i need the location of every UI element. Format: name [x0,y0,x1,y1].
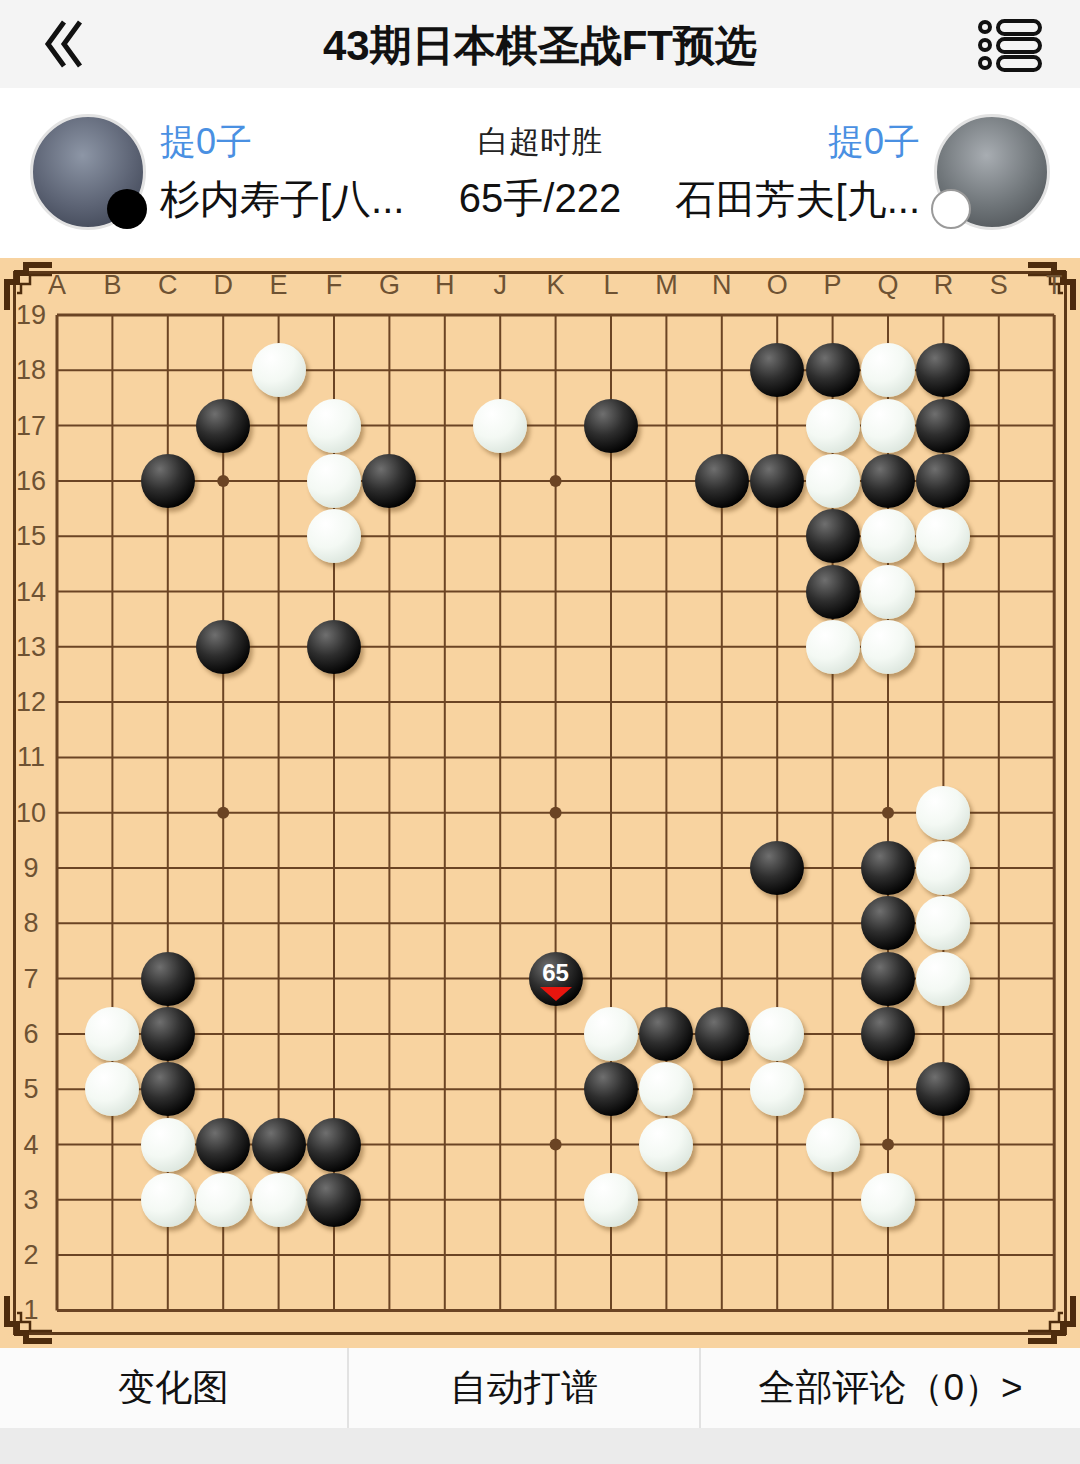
player-bar: 提0子 杉内寿子[八... 白超时胜 65手/222 提0子 石田芳夫[九... [0,88,1080,258]
go-stone-white [196,1173,250,1227]
row-label: 15 [8,521,54,552]
auto-replay-button[interactable]: 自动打谱 [349,1348,701,1428]
row-label: 2 [8,1240,54,1271]
row-label: 16 [8,466,54,497]
go-stone-black [141,454,195,508]
go-stone-black [141,1007,195,1061]
go-stone-white [307,454,361,508]
go-stone-black [307,620,361,674]
go-stone-white [916,952,970,1006]
go-stone-black [252,1118,306,1172]
go-stone-white [861,509,915,563]
go-stone-black [639,1007,693,1061]
go-stone-black [141,1062,195,1116]
go-stone-black [916,399,970,453]
go-stone-white [85,1007,139,1061]
row-label: 13 [8,632,54,663]
row-label: 11 [8,742,54,773]
go-stone-white [806,620,860,674]
go-stone-white [916,841,970,895]
last-move-marker-icon [540,987,572,1001]
column-label: P [811,270,855,301]
go-stone-black [584,1062,638,1116]
go-stone-white [916,786,970,840]
row-label: 17 [8,411,54,442]
column-label: J [478,270,522,301]
column-label: H [423,270,467,301]
go-stone-black [695,1007,749,1061]
row-label: 14 [8,577,54,608]
move-counter: 65手/222 [459,168,621,228]
row-label: 7 [8,964,54,995]
row-label: 9 [8,853,54,884]
bottom-toolbar: 变化图 自动打谱 全部评论（0）> [0,1348,1080,1428]
go-stone-black [861,952,915,1006]
all-comments-button[interactable]: 全部评论（0）> [701,1348,1080,1428]
bottom-strip [0,1428,1080,1464]
go-stone-white [639,1118,693,1172]
column-label: D [201,270,245,301]
go-stone-white [806,1118,860,1172]
go-stone-white [252,343,306,397]
white-player-name: 石田芳夫[九... [676,168,920,230]
row-label: 3 [8,1185,54,1216]
last-move-number: 65 [529,955,583,991]
go-stone-white [861,620,915,674]
row-label: 10 [8,798,54,829]
white-stone-badge [931,189,971,229]
row-label: 19 [8,300,54,331]
go-stone-black [307,1173,361,1227]
go-stone-black [861,454,915,508]
column-label: F [312,270,356,301]
column-label: O [755,270,799,301]
column-label: S [977,270,1021,301]
go-stone-white [861,565,915,619]
row-label: 5 [8,1074,54,1105]
row-label: 18 [8,355,54,386]
go-stone-white [584,1007,638,1061]
game-result: 白超时胜 [478,116,602,168]
go-stone-black [307,1118,361,1172]
row-label: 1 [8,1295,54,1326]
column-label: L [589,270,633,301]
go-stone-white [252,1173,306,1227]
white-player-avatar[interactable] [934,114,1050,230]
go-stone-white [307,399,361,453]
go-stone-black [861,1007,915,1061]
go-stone-white [750,1062,804,1116]
go-stone-white [861,399,915,453]
go-stone-black [806,343,860,397]
column-label: E [257,270,301,301]
go-stone-black [196,620,250,674]
column-label: N [700,270,744,301]
go-stone-black [916,454,970,508]
page-title: 43期日本棋圣战FT预选 [0,0,1080,88]
go-stone-white [473,399,527,453]
header: 43期日本棋圣战FT预选 [0,0,1080,88]
go-stone-white [861,1173,915,1227]
go-stone-black [806,565,860,619]
variation-diagram-button[interactable]: 变化图 [0,1348,349,1428]
go-stone-white [141,1173,195,1227]
go-stone-black [861,841,915,895]
go-stone-black [750,841,804,895]
column-label: T [1032,270,1076,301]
go-stone-black [196,1118,250,1172]
go-stone-white [307,509,361,563]
go-stone-black [806,509,860,563]
go-stone-black [695,454,749,508]
column-label: C [146,270,190,301]
column-label: Q [866,270,910,301]
row-label: 4 [8,1130,54,1161]
go-board[interactable]: ABCDEFGHJKLMNOPQRST191817161514131211109… [0,258,1080,1348]
row-label: 12 [8,687,54,718]
go-stone-black [196,399,250,453]
go-stone-black [362,454,416,508]
go-stone-black [584,399,638,453]
go-stone-white [141,1118,195,1172]
row-label: 6 [8,1019,54,1050]
last-move-stone: 65 [529,952,583,1006]
list-menu-icon[interactable] [978,18,1044,72]
column-label: M [644,270,688,301]
column-label: A [35,270,79,301]
column-label: K [534,270,578,301]
go-stone-white [750,1007,804,1061]
column-label: R [921,270,965,301]
go-stone-white [861,343,915,397]
go-stone-black [861,896,915,950]
column-label: B [90,270,134,301]
column-label: G [367,270,411,301]
go-stone-black [141,952,195,1006]
white-captures: 提0子 [828,116,920,168]
go-stone-white [806,399,860,453]
go-stone-white [806,454,860,508]
go-stone-black [750,454,804,508]
row-label: 8 [8,908,54,939]
go-stone-white [584,1173,638,1227]
